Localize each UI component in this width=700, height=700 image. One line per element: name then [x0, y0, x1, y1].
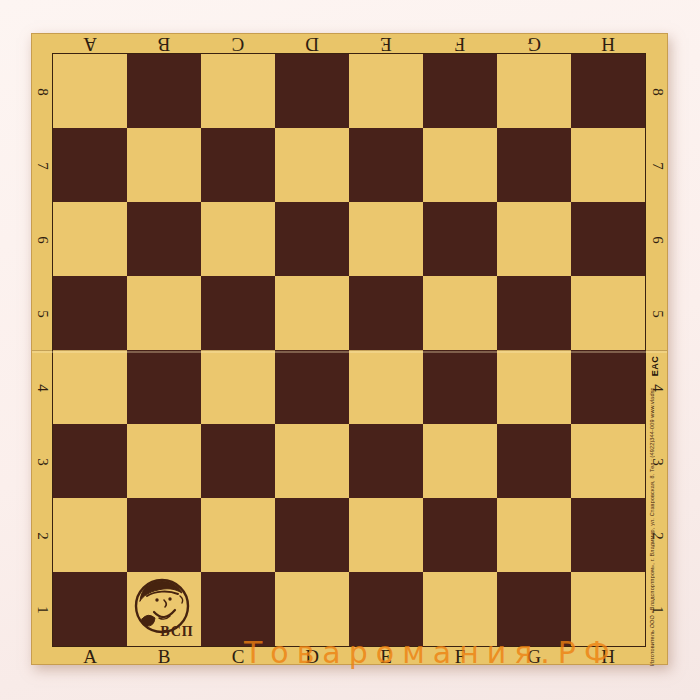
square-g3: [497, 424, 571, 498]
rank-label-right-7: 7: [621, 156, 695, 177]
file-labels-top: ABCDEFGH: [53, 34, 645, 54]
square-b3: [127, 424, 201, 498]
square-g6: [497, 202, 571, 276]
square-c6: [201, 202, 275, 276]
square-e5: [349, 276, 423, 350]
rank-label-right-6: 6: [621, 230, 695, 251]
vsp-logo-text: ВСП: [152, 624, 202, 640]
rank-label-left-5: 5: [6, 304, 80, 325]
file-label-top-f: F: [423, 34, 497, 54]
square-g8: [497, 54, 571, 128]
file-label-bottom-b: B: [127, 647, 201, 667]
file-label-top-g: G: [497, 34, 571, 54]
board-grid: [52, 53, 646, 647]
square-e2: [349, 498, 423, 572]
square-b7: [127, 128, 201, 202]
rank-labels-left: 87654321: [32, 55, 53, 647]
square-f6: [423, 202, 497, 276]
file-label-top-h: H: [571, 34, 645, 54]
rank-label-left-2: 2: [6, 526, 80, 547]
file-label-bottom-a: A: [53, 647, 127, 667]
square-e3: [349, 424, 423, 498]
square-g5: [497, 276, 571, 350]
square-b5: [127, 276, 201, 350]
rank-label-left-4: 4: [6, 378, 80, 399]
file-label-top-a: A: [53, 34, 127, 54]
square-e4: [349, 350, 423, 424]
square-e6: [349, 202, 423, 276]
square-g2: [497, 498, 571, 572]
square-c8: [201, 54, 275, 128]
square-b2: [127, 498, 201, 572]
rank-label-left-6: 6: [6, 230, 80, 251]
file-label-top-c: C: [201, 34, 275, 54]
eac-mark: ЕАС: [643, 355, 667, 377]
square-d4: [275, 350, 349, 424]
rank-label-left-3: 3: [6, 452, 80, 473]
square-f2: [423, 498, 497, 572]
square-e8: [349, 54, 423, 128]
chessboard: ABCDEFGH ABCDEFGH 87654321 87654321: [31, 33, 668, 665]
rank-label-right-5: 5: [621, 304, 695, 325]
square-c4: [201, 350, 275, 424]
rank-label-left-7: 7: [6, 156, 80, 177]
square-b6: [127, 202, 201, 276]
square-d3: [275, 424, 349, 498]
file-label-top-d: D: [275, 34, 349, 54]
square-f5: [423, 276, 497, 350]
rank-label-left-8: 8: [6, 82, 80, 103]
square-d2: [275, 498, 349, 572]
file-label-top-b: B: [127, 34, 201, 54]
square-f8: [423, 54, 497, 128]
square-d7: [275, 128, 349, 202]
square-c5: [201, 276, 275, 350]
square-d6: [275, 202, 349, 276]
watermark: Товаромания.РФ: [244, 637, 618, 669]
rank-label-left-1: 1: [6, 600, 80, 621]
square-g4: [497, 350, 571, 424]
square-c3: [201, 424, 275, 498]
manufacturer-text: Изготовитель ООО «Владспортпром», г. Вла…: [649, 388, 661, 666]
rank-label-right-8: 8: [621, 82, 695, 103]
square-d8: [275, 54, 349, 128]
square-f4: [423, 350, 497, 424]
product-photo-background: ABCDEFGH ABCDEFGH 87654321 87654321: [0, 0, 700, 700]
square-b8: [127, 54, 201, 128]
square-f7: [423, 128, 497, 202]
square-c7: [201, 128, 275, 202]
square-e7: [349, 128, 423, 202]
vsp-logo: ВСП: [128, 573, 202, 647]
square-f3: [423, 424, 497, 498]
square-c2: [201, 498, 275, 572]
file-label-top-e: E: [349, 34, 423, 54]
square-d5: [275, 276, 349, 350]
square-g7: [497, 128, 571, 202]
square-b4: [127, 350, 201, 424]
